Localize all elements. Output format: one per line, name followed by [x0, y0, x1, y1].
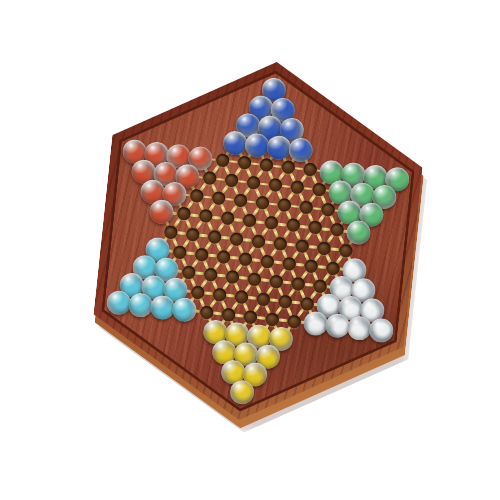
- lattice-dash: [185, 219, 191, 228]
- board-hole-r13c7[interactable]: [243, 310, 257, 324]
- lattice-dash: [321, 227, 330, 231]
- board-hole-r11c6[interactable]: [247, 272, 261, 286]
- lattice-dash: [208, 254, 217, 258]
- lattice-dash: [316, 233, 322, 242]
- lattice-dash: [273, 260, 282, 264]
- board-hole-r9c7[interactable]: [295, 238, 309, 252]
- board-hole-r9c5[interactable]: [251, 234, 265, 248]
- lattice-dash: [260, 278, 269, 282]
- lattice-dash: [278, 318, 287, 322]
- lattice-dash: [269, 298, 278, 302]
- product-photo: [0, 0, 500, 500]
- lattice-dash: [238, 276, 247, 280]
- lattice-dash: [225, 198, 234, 202]
- marble-white[interactable]: [368, 317, 394, 343]
- board-hole-r9c9[interactable]: [338, 243, 352, 257]
- board-hole-r11c3[interactable]: [181, 265, 195, 279]
- board-hole-r9c2[interactable]: [185, 227, 199, 241]
- board-hole-r10c7[interactable]: [282, 256, 296, 270]
- lattice-dash: [229, 160, 238, 164]
- lattice-dash: [217, 274, 226, 278]
- board-hole-r12c9[interactable]: [300, 296, 314, 310]
- lattice-dash: [272, 229, 278, 238]
- lattice-dash: [226, 294, 235, 298]
- lattice-dash: [281, 185, 290, 189]
- board-hole-r10c2[interactable]: [172, 245, 186, 259]
- lattice-dash: [294, 167, 303, 171]
- lattice-dash: [282, 281, 291, 285]
- lattice-dash: [177, 231, 186, 235]
- lattice-dash: [199, 233, 208, 237]
- lattice-dash: [299, 225, 308, 229]
- board-hole-r10c8[interactable]: [304, 259, 318, 273]
- lattice-dash: [308, 245, 317, 249]
- chinese-checkers-board: [84, 46, 432, 437]
- lattice-dash: [264, 240, 273, 244]
- lattice-dash: [237, 180, 246, 184]
- lattice-dash: [234, 218, 243, 222]
- board-hole-r9c6[interactable]: [273, 236, 287, 250]
- board-hole-r11c5[interactable]: [225, 269, 239, 283]
- lattice-dash: [272, 165, 281, 169]
- lattice-dash: [195, 271, 204, 275]
- board-hole-r11c9[interactable]: [313, 279, 327, 293]
- lattice-dash: [216, 178, 225, 182]
- board-hole-r13c6[interactable]: [221, 307, 235, 321]
- board-hole-r12c7[interactable]: [256, 292, 270, 306]
- lattice-dash: [213, 312, 222, 316]
- lattice-dash: [251, 226, 257, 235]
- board-hole-r12c4[interactable]: [190, 285, 204, 299]
- lattice-dash: [259, 182, 268, 186]
- lattice-dash: [246, 200, 255, 204]
- lattice-dash: [229, 224, 235, 233]
- marble-cyan[interactable]: [171, 297, 197, 323]
- lattice-dash: [234, 314, 243, 318]
- lattice-dash: [203, 196, 212, 200]
- star-grid: [84, 46, 432, 437]
- board-hole-r11c7[interactable]: [269, 274, 283, 288]
- lattice-dash: [294, 231, 300, 240]
- lattice-dash: [204, 291, 213, 295]
- lattice-dash: [255, 220, 264, 224]
- lattice-dash: [290, 205, 299, 209]
- lattice-dash: [277, 223, 286, 227]
- lattice-dash: [251, 258, 260, 262]
- lattice-dash: [317, 265, 326, 269]
- board-hole-r13c5[interactable]: [199, 305, 213, 319]
- board-hole-r10c3[interactable]: [194, 247, 208, 261]
- board-hole-r13c9[interactable]: [287, 314, 301, 328]
- lattice-dash: [330, 247, 339, 251]
- board-hole-r10c5[interactable]: [238, 252, 252, 266]
- lattice-dash: [212, 216, 221, 220]
- lattice-dash: [247, 296, 256, 300]
- board-hole-r11c8[interactable]: [291, 276, 305, 290]
- lattice-dash: [286, 243, 295, 247]
- lattice-dash: [312, 207, 321, 211]
- lattice-dash: [268, 202, 277, 206]
- board-hole-r10c9[interactable]: [325, 261, 339, 275]
- board-hole-r10c6[interactable]: [260, 254, 274, 268]
- lattice-dash: [304, 283, 313, 287]
- board-hole-r10c4[interactable]: [216, 249, 230, 263]
- lattice-dash: [230, 256, 239, 260]
- board-hole-r9c8[interactable]: [316, 241, 330, 255]
- lattice-dash: [190, 213, 199, 217]
- board-hole-r9c3[interactable]: [207, 229, 221, 243]
- board-hole-r11c4[interactable]: [203, 267, 217, 281]
- board-hole-r12c6[interactable]: [234, 290, 248, 304]
- lattice-dash: [291, 301, 300, 305]
- lattice-dash: [338, 236, 344, 245]
- lattice-dash: [207, 222, 213, 231]
- board-hole-r12c8[interactable]: [278, 294, 292, 308]
- board-hole-r13c8[interactable]: [265, 312, 279, 326]
- lattice-dash: [242, 238, 251, 242]
- board-hole-r9c4[interactable]: [229, 232, 243, 246]
- board-hole-r12c5[interactable]: [212, 287, 226, 301]
- lattice-dash: [250, 162, 259, 166]
- lattice-dash: [186, 251, 195, 255]
- lattice-dash: [295, 263, 304, 267]
- board-hole-r9c1[interactable]: [163, 225, 177, 239]
- lattice-dash: [303, 187, 312, 191]
- lattice-dash: [221, 236, 230, 240]
- lattice-dash: [256, 316, 265, 320]
